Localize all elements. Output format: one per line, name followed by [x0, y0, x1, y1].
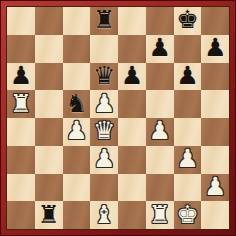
square-h8[interactable] [201, 7, 229, 35]
square-f7[interactable]: ♟ [146, 35, 174, 63]
black-rook[interactable]: ♜ [37, 202, 59, 227]
square-h1[interactable] [201, 201, 229, 229]
square-b5[interactable] [35, 90, 63, 118]
square-h7[interactable]: ♟ [201, 35, 229, 63]
white-pawn[interactable]: ♟ [204, 174, 226, 199]
square-b7[interactable] [35, 35, 63, 63]
square-e4[interactable] [118, 118, 146, 146]
white-rook[interactable]: ♜ [148, 202, 170, 227]
white-king[interactable]: ♚ [176, 202, 198, 227]
square-h4[interactable] [201, 118, 229, 146]
square-g6[interactable]: ♟ [174, 63, 202, 91]
square-h3[interactable] [201, 146, 229, 174]
board-frame: ♜♚♟♟♟♛♟♟♜♞♟♟♛♟♟♟♟♜♝♜♚ [0, 0, 236, 236]
black-pawn[interactable]: ♟ [176, 63, 198, 88]
square-e3[interactable] [118, 146, 146, 174]
black-pawn[interactable]: ♟ [10, 63, 32, 88]
white-pawn[interactable]: ♟ [93, 91, 115, 116]
square-e2[interactable] [118, 174, 146, 202]
square-a2[interactable] [7, 174, 35, 202]
square-e5[interactable] [118, 90, 146, 118]
square-d5[interactable]: ♟ [90, 90, 118, 118]
white-queen[interactable]: ♛ [93, 118, 115, 143]
square-f3[interactable] [146, 146, 174, 174]
square-d7[interactable] [90, 35, 118, 63]
white-rook[interactable]: ♜ [10, 91, 32, 116]
square-d1[interactable]: ♝ [90, 201, 118, 229]
square-d4[interactable]: ♛ [90, 118, 118, 146]
square-f6[interactable] [146, 63, 174, 91]
square-c4[interactable]: ♟ [63, 118, 91, 146]
square-b6[interactable] [35, 63, 63, 91]
white-pawn[interactable]: ♟ [148, 118, 170, 143]
square-b8[interactable] [35, 7, 63, 35]
square-g5[interactable] [174, 90, 202, 118]
square-f1[interactable]: ♜ [146, 201, 174, 229]
square-g4[interactable] [174, 118, 202, 146]
square-h2[interactable]: ♟ [201, 174, 229, 202]
square-b2[interactable] [35, 174, 63, 202]
square-b4[interactable] [35, 118, 63, 146]
square-h6[interactable] [201, 63, 229, 91]
square-a7[interactable] [7, 35, 35, 63]
square-a8[interactable] [7, 7, 35, 35]
white-pawn[interactable]: ♟ [65, 118, 87, 143]
square-e7[interactable] [118, 35, 146, 63]
square-d2[interactable] [90, 174, 118, 202]
square-b1[interactable]: ♜ [35, 201, 63, 229]
square-e1[interactable] [118, 201, 146, 229]
black-pawn[interactable]: ♟ [121, 63, 143, 88]
black-king[interactable]: ♚ [176, 7, 198, 32]
square-f5[interactable] [146, 90, 174, 118]
square-g3[interactable]: ♟ [174, 146, 202, 174]
square-g7[interactable] [174, 35, 202, 63]
square-c3[interactable] [63, 146, 91, 174]
square-f8[interactable] [146, 7, 174, 35]
square-h5[interactable] [201, 90, 229, 118]
square-c1[interactable] [63, 201, 91, 229]
black-knight[interactable]: ♞ [65, 91, 87, 116]
square-g8[interactable]: ♚ [174, 7, 202, 35]
square-c2[interactable] [63, 174, 91, 202]
black-pawn[interactable]: ♟ [148, 35, 170, 60]
square-a4[interactable] [7, 118, 35, 146]
square-d8[interactable]: ♜ [90, 7, 118, 35]
square-a5[interactable]: ♜ [7, 90, 35, 118]
square-c6[interactable] [63, 63, 91, 91]
black-pawn[interactable]: ♟ [204, 35, 226, 60]
square-e6[interactable]: ♟ [118, 63, 146, 91]
white-pawn[interactable]: ♟ [176, 146, 198, 171]
square-a3[interactable] [7, 146, 35, 174]
square-d3[interactable]: ♟ [90, 146, 118, 174]
square-b3[interactable] [35, 146, 63, 174]
square-f4[interactable]: ♟ [146, 118, 174, 146]
square-c7[interactable] [63, 35, 91, 63]
square-c5[interactable]: ♞ [63, 90, 91, 118]
square-d6[interactable]: ♛ [90, 63, 118, 91]
square-c8[interactable] [63, 7, 91, 35]
square-e8[interactable] [118, 7, 146, 35]
black-queen[interactable]: ♛ [93, 63, 115, 88]
square-g1[interactable]: ♚ [174, 201, 202, 229]
white-pawn[interactable]: ♟ [93, 146, 115, 171]
square-g2[interactable] [174, 174, 202, 202]
black-rook[interactable]: ♜ [93, 7, 115, 32]
square-a6[interactable]: ♟ [7, 63, 35, 91]
square-f2[interactable] [146, 174, 174, 202]
white-bishop[interactable]: ♝ [93, 202, 115, 227]
square-a1[interactable] [7, 201, 35, 229]
chess-board: ♜♚♟♟♟♛♟♟♜♞♟♟♛♟♟♟♟♜♝♜♚ [6, 6, 230, 230]
